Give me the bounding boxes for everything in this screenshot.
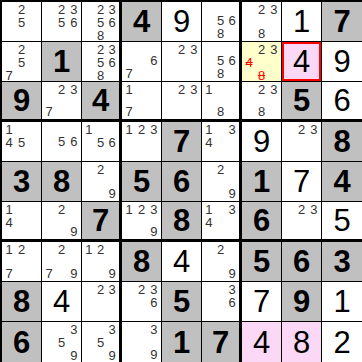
empty-candidate-slot	[268, 105, 280, 118]
cell-r2c2[interactable]: 1	[42, 42, 82, 82]
cell-r2c5[interactable]: 23	[162, 42, 202, 82]
given-digit: 8	[133, 246, 150, 277]
empty-candidate-slot	[55, 225, 67, 238]
candidate-grid: 18	[202, 82, 239, 119]
cell-r5c6[interactable]: 29	[202, 162, 242, 202]
candidate-digit: 6	[106, 16, 118, 29]
cell-r8c2[interactable]: 4	[42, 282, 82, 322]
cell-r9c2[interactable]: 359	[42, 322, 82, 362]
cell-r4c9[interactable]: 8	[322, 122, 362, 162]
empty-candidate-slot	[55, 105, 67, 118]
cell-r5c9[interactable]: 4	[322, 162, 362, 202]
cell-r7c7[interactable]: 5	[242, 242, 282, 282]
candidate-digit: 3	[148, 323, 160, 336]
candidate-digit: 6	[226, 14, 238, 27]
cell-r6c2[interactable]: 29	[42, 202, 82, 242]
empty-candidate-slot	[55, 256, 67, 267]
empty-candidate-slot	[83, 56, 95, 69]
empty-candidate-slot	[28, 149, 40, 160]
given-digit: 4	[333, 166, 350, 197]
cell-r6c6[interactable]: 134	[202, 202, 242, 242]
candidate-digit: 7	[123, 105, 135, 118]
empty-candidate-slot	[203, 309, 215, 320]
candidate-digit: 1	[83, 243, 95, 256]
candidate-digit: 6	[148, 296, 160, 309]
empty-candidate-slot	[123, 323, 135, 336]
cell-r4c1[interactable]: 145	[2, 122, 42, 162]
candidate-grid: 237	[42, 82, 81, 119]
empty-candidate-slot	[243, 83, 255, 96]
candidate-grid: 2356	[42, 2, 81, 41]
cell-r7c6[interactable]: 29	[202, 242, 242, 282]
empty-candidate-slot	[83, 69, 95, 82]
candidate-digit: 2	[215, 243, 227, 256]
empty-candidate-slot	[203, 149, 215, 160]
empty-candidate-slot	[135, 336, 147, 348]
cell-r4c8[interactable]: 23	[282, 122, 322, 162]
candidate-digit: 3	[106, 283, 118, 296]
empty-candidate-slot	[55, 96, 67, 105]
empty-candidate-slot	[28, 136, 40, 149]
given-digit: 9	[13, 85, 30, 116]
candidate-digit: 9	[148, 348, 160, 361]
cell-r7c4[interactable]: 8	[122, 242, 162, 282]
candidate-digit: 9	[68, 225, 80, 238]
empty-candidate-slot	[135, 136, 147, 148]
candidate-digit: 2	[55, 243, 67, 256]
candidate-grid: 29	[42, 202, 81, 239]
candidate-digit: 7	[43, 105, 55, 118]
empty-candidate-slot	[15, 29, 27, 40]
empty-candidate-slot	[43, 135, 55, 148]
empty-candidate-slot	[215, 203, 227, 216]
empty-candidate-slot	[106, 149, 118, 160]
empty-candidate-slot	[68, 29, 80, 40]
cell-r8c4[interactable]: 236	[122, 282, 162, 322]
empty-candidate-slot	[123, 309, 135, 320]
cell-r1c1[interactable]: 25	[2, 2, 42, 42]
empty-candidate-slot	[95, 256, 107, 267]
empty-candidate-slot	[28, 216, 40, 229]
entered-digit: 9	[333, 46, 350, 77]
empty-candidate-slot	[203, 43, 215, 54]
empty-candidate-slot	[308, 227, 320, 238]
entered-digit: 4	[253, 327, 270, 358]
empty-candidate-slot	[43, 3, 55, 16]
empty-candidate-slot	[15, 267, 27, 280]
cell-r5c5[interactable]: 6	[162, 162, 202, 202]
empty-candidate-slot	[203, 176, 215, 187]
cell-r9c4[interactable]: 39	[122, 322, 162, 362]
cell-r3c1[interactable]: 9	[2, 82, 42, 122]
candidate-grid: 23	[282, 122, 321, 161]
candidate-digit: 1	[83, 123, 95, 136]
cell-r3c4[interactable]: 17	[122, 82, 162, 122]
cell-r2c1[interactable]: 257	[2, 42, 42, 82]
cell-r2c6[interactable]: 568	[202, 42, 242, 82]
empty-candidate-slot	[295, 136, 307, 148]
empty-candidate-slot	[28, 29, 40, 40]
given-digit: 1	[173, 327, 190, 358]
empty-candidate-slot	[148, 67, 160, 80]
cell-r2c9[interactable]: 9	[322, 42, 362, 82]
cell-r2c7[interactable]: 2348	[242, 42, 282, 82]
candidate-digit: 2	[255, 3, 267, 16]
empty-candidate-slot	[68, 203, 80, 216]
empty-candidate-slot	[15, 203, 27, 216]
empty-candidate-slot	[203, 256, 215, 267]
cell-r7c1[interactable]: 127	[2, 242, 42, 282]
cell-r8c1[interactable]: 8	[2, 282, 42, 322]
given-digit: 5	[253, 246, 270, 277]
cell-r6c4[interactable]: 1239	[122, 202, 162, 242]
candidate-digit: 9	[226, 187, 238, 200]
empty-candidate-slot	[135, 148, 147, 160]
empty-candidate-slot	[68, 148, 80, 160]
empty-candidate-slot	[243, 69, 255, 82]
empty-candidate-slot	[188, 107, 200, 118]
empty-candidate-slot	[135, 83, 147, 96]
given-digit: 5	[293, 85, 310, 116]
empty-candidate-slot	[203, 243, 215, 256]
candidate-grid: 14	[2, 202, 41, 239]
candidate-grid: 127	[2, 242, 41, 281]
empty-candidate-slot	[106, 69, 118, 82]
entered-digit: 1	[293, 6, 310, 37]
entered-digit: 2	[333, 327, 350, 358]
empty-candidate-slot	[188, 96, 200, 107]
candidate-digit: 5	[15, 56, 27, 69]
candidate-digit: 6	[106, 136, 118, 149]
candidate-grid: 36	[202, 282, 239, 321]
candidate-digit: 3	[106, 323, 118, 336]
empty-candidate-slot	[226, 309, 238, 320]
empty-candidate-slot	[55, 216, 67, 225]
empty-candidate-slot	[175, 68, 187, 80]
empty-candidate-slot	[43, 336, 55, 349]
empty-candidate-slot	[83, 283, 95, 296]
candidate-digit: 8	[215, 105, 227, 118]
cell-r4c5[interactable]: 7	[162, 122, 202, 162]
empty-candidate-slot	[95, 149, 107, 160]
empty-candidate-slot	[226, 243, 238, 256]
candidate-digit: 2	[215, 163, 227, 176]
cell-r8c6[interactable]: 36	[202, 282, 242, 322]
candidate-grid: 67	[122, 42, 161, 81]
candidate-grid: 23	[162, 82, 201, 119]
empty-candidate-slot	[215, 283, 227, 296]
empty-candidate-slot	[163, 56, 175, 68]
empty-candidate-slot	[308, 148, 320, 160]
candidate-digit: 2	[175, 43, 187, 56]
empty-candidate-slot	[3, 43, 15, 56]
empty-candidate-slot	[226, 216, 238, 229]
eliminated-candidate-digit: 4	[243, 56, 255, 69]
empty-candidate-slot	[28, 3, 40, 16]
candidate-grid: 236	[122, 282, 161, 321]
candidate-digit: 6	[106, 56, 118, 69]
candidate-digit: 3	[268, 43, 280, 56]
empty-candidate-slot	[43, 243, 55, 256]
entered-digit: 4	[53, 286, 70, 317]
candidate-digit: 9	[68, 267, 80, 280]
empty-candidate-slot	[148, 105, 160, 118]
candidate-digit: 1	[3, 243, 15, 256]
cell-r2c8[interactable]: 4	[282, 42, 322, 82]
cell-r2c4[interactable]: 67	[122, 42, 162, 82]
empty-candidate-slot	[226, 105, 238, 118]
candidate-digit: 8	[95, 69, 107, 82]
empty-candidate-slot	[215, 83, 227, 96]
empty-candidate-slot	[135, 323, 147, 336]
cell-r1c8[interactable]: 1	[282, 2, 322, 42]
empty-candidate-slot	[15, 256, 27, 267]
empty-candidate-slot	[83, 136, 95, 149]
cell-r6c8[interactable]: 23	[282, 202, 322, 242]
empty-candidate-slot	[163, 96, 175, 107]
cell-r1c5[interactable]: 9	[162, 2, 202, 42]
cell-r6c9[interactable]: 5	[322, 202, 362, 242]
given-digit: 7	[173, 126, 190, 157]
empty-candidate-slot	[215, 123, 227, 136]
empty-candidate-slot	[43, 123, 55, 135]
given-digit: 4	[92, 85, 109, 116]
candidate-grid: 17	[122, 82, 161, 119]
empty-candidate-slot	[226, 163, 238, 176]
candidate-grid: 29	[82, 162, 119, 201]
candidate-digit: 3	[188, 43, 200, 56]
cell-r8c7[interactable]: 7	[242, 282, 282, 322]
candidate-digit: 2	[135, 123, 147, 136]
cell-r1c7[interactable]: 238	[242, 2, 282, 42]
cell-r9c6[interactable]: 7	[202, 322, 242, 362]
cell-r4c6[interactable]: 134	[202, 122, 242, 162]
cell-r6c3[interactable]: 7	[82, 202, 122, 242]
given-digit: 1	[253, 166, 270, 197]
empty-candidate-slot	[43, 148, 55, 160]
candidate-digit: 8	[255, 27, 267, 40]
eliminated-candidate-digit: 8	[255, 69, 267, 82]
candidate-grid: 279	[42, 242, 81, 281]
cell-r6c5[interactable]: 8	[162, 202, 202, 242]
cell-r9c7[interactable]: 4	[242, 322, 282, 362]
empty-candidate-slot	[203, 67, 215, 80]
empty-candidate-slot	[188, 56, 200, 68]
empty-candidate-slot	[123, 216, 135, 225]
cell-r5c4[interactable]: 5	[122, 162, 162, 202]
empty-candidate-slot	[106, 29, 118, 42]
candidate-digit: 9	[106, 349, 118, 362]
cell-r3c9[interactable]: 6	[322, 82, 362, 122]
empty-candidate-slot	[295, 227, 307, 238]
empty-candidate-slot	[203, 267, 215, 280]
cell-r7c8[interactable]: 6	[282, 242, 322, 282]
candidate-grid: 1239	[122, 202, 161, 239]
cell-r3c6[interactable]: 18	[202, 82, 242, 122]
empty-candidate-slot	[283, 216, 295, 227]
candidate-grid: 156	[82, 122, 119, 161]
empty-candidate-slot	[123, 43, 135, 54]
given-digit: 8	[53, 166, 70, 197]
empty-candidate-slot	[123, 283, 135, 296]
empty-candidate-slot	[83, 16, 95, 29]
empty-candidate-slot	[106, 163, 118, 176]
cell-r4c4[interactable]: 123	[122, 122, 162, 162]
empty-candidate-slot	[215, 187, 227, 200]
cell-r7c9[interactable]: 3	[322, 242, 362, 282]
candidate-digit: 8	[255, 105, 267, 118]
empty-candidate-slot	[83, 256, 95, 267]
cell-r8c9[interactable]: 1	[322, 282, 362, 322]
given-digit: 5	[173, 286, 190, 317]
candidate-digit: 4	[3, 136, 15, 149]
empty-candidate-slot	[148, 83, 160, 96]
empty-candidate-slot	[68, 243, 80, 256]
empty-candidate-slot	[203, 96, 215, 105]
empty-candidate-slot	[135, 348, 147, 361]
cell-r1c4[interactable]: 4	[122, 2, 162, 42]
cell-r2c3[interactable]: 23568	[82, 42, 122, 82]
cell-r5c7[interactable]: 1	[242, 162, 282, 202]
empty-candidate-slot	[283, 203, 295, 216]
empty-candidate-slot	[215, 229, 227, 238]
entered-digit: 1	[333, 286, 350, 317]
cell-r9c3[interactable]: 359	[82, 322, 122, 362]
entered-digit: 4	[293, 46, 310, 77]
cell-r6c1[interactable]: 14	[2, 202, 42, 242]
cell-r4c2[interactable]: 56	[42, 122, 82, 162]
given-digit: 7	[92, 205, 109, 236]
empty-candidate-slot	[226, 136, 238, 149]
candidate-digit: 3	[308, 203, 320, 216]
empty-candidate-slot	[83, 336, 95, 349]
cell-r3c3[interactable]: 4	[82, 82, 122, 122]
candidate-digit: 3	[268, 83, 280, 96]
cell-r5c8[interactable]: 7	[282, 162, 322, 202]
cell-r8c5[interactable]: 5	[162, 282, 202, 322]
empty-candidate-slot	[203, 3, 215, 14]
cell-r4c7[interactable]: 9	[242, 122, 282, 162]
empty-candidate-slot	[203, 163, 215, 176]
cell-r8c8[interactable]: 9	[282, 282, 322, 322]
empty-candidate-slot	[243, 16, 255, 27]
candidate-grid: 145	[2, 122, 41, 161]
candidate-grid: 238	[242, 82, 281, 119]
cell-r3c7[interactable]: 238	[242, 82, 282, 122]
candidate-digit: 6	[148, 54, 160, 67]
empty-candidate-slot	[215, 216, 227, 229]
candidate-grid: 25	[2, 2, 41, 41]
cell-r1c6[interactable]: 568	[202, 2, 242, 42]
empty-candidate-slot	[215, 267, 227, 280]
empty-candidate-slot	[268, 96, 280, 105]
empty-candidate-slot	[15, 216, 27, 229]
candidate-digit: 3	[226, 123, 238, 136]
candidate-digit: 8	[215, 67, 227, 80]
empty-candidate-slot	[268, 16, 280, 27]
empty-candidate-slot	[95, 176, 107, 187]
empty-candidate-slot	[283, 227, 295, 238]
candidate-digit: 6	[226, 296, 238, 309]
candidate-digit: 8	[215, 27, 227, 40]
cell-r3c5[interactable]: 23	[162, 82, 202, 122]
empty-candidate-slot	[43, 323, 55, 336]
empty-candidate-slot	[95, 187, 107, 200]
cell-r7c5[interactable]: 4	[162, 242, 202, 282]
empty-candidate-slot	[83, 176, 95, 187]
empty-candidate-slot	[95, 308, 107, 320]
candidate-digit: 1	[123, 203, 135, 216]
cell-r9c5[interactable]: 1	[162, 322, 202, 362]
cell-r3c8[interactable]: 5	[282, 82, 322, 122]
candidate-grid: 129	[82, 242, 119, 281]
empty-candidate-slot	[203, 27, 215, 40]
empty-candidate-slot	[148, 96, 160, 105]
empty-candidate-slot	[55, 267, 67, 280]
empty-candidate-slot	[226, 83, 238, 96]
cell-r4c3[interactable]: 156	[82, 122, 122, 162]
cell-r7c3[interactable]: 129	[82, 242, 122, 282]
empty-candidate-slot	[295, 216, 307, 227]
cell-r5c3[interactable]: 29	[82, 162, 122, 202]
candidate-grid: 39	[122, 322, 161, 362]
candidate-digit: 5	[15, 136, 27, 149]
candidate-grid: 56	[42, 122, 81, 161]
cell-r5c2[interactable]: 8	[42, 162, 82, 202]
candidate-grid: 568	[202, 42, 239, 81]
given-digit: 8	[173, 205, 190, 236]
candidate-digit: 4	[3, 216, 15, 229]
cell-r3c2[interactable]: 237	[42, 82, 82, 122]
candidate-grid: 23	[82, 282, 119, 321]
empty-candidate-slot	[55, 349, 67, 362]
cell-r6c7[interactable]: 6	[242, 202, 282, 242]
empty-candidate-slot	[215, 149, 227, 160]
cell-r8c3[interactable]: 23	[82, 282, 122, 322]
cell-r1c9[interactable]: 7	[322, 2, 362, 42]
cell-r9c9[interactable]: 2	[322, 322, 362, 362]
given-digit: 6	[13, 327, 30, 358]
candidate-grid: 123	[122, 122, 161, 161]
empty-candidate-slot	[28, 69, 40, 82]
given-digit: 9	[293, 286, 310, 317]
candidate-grid: 29	[202, 162, 239, 201]
candidate-grid: 568	[202, 2, 239, 41]
candidate-digit: 5	[55, 336, 67, 349]
empty-candidate-slot	[123, 148, 135, 160]
given-digit: 6	[293, 246, 310, 277]
cell-r9c1[interactable]: 6	[2, 322, 42, 362]
candidate-digit: 3	[308, 123, 320, 136]
candidate-digit: 5	[55, 16, 67, 29]
candidate-digit: 2	[295, 123, 307, 136]
empty-candidate-slot	[83, 296, 95, 308]
empty-candidate-slot	[83, 3, 95, 16]
empty-candidate-slot	[226, 67, 238, 80]
cell-r5c1[interactable]: 3	[2, 162, 42, 202]
empty-candidate-slot	[123, 225, 135, 238]
given-digit: 7	[333, 6, 350, 37]
empty-candidate-slot	[3, 229, 15, 238]
cell-r9c8[interactable]: 8	[282, 322, 322, 362]
cell-r1c2[interactable]: 2356	[42, 2, 82, 42]
cell-r1c3[interactable]: 23568	[82, 2, 122, 42]
cell-r7c2[interactable]: 279	[42, 242, 82, 282]
empty-candidate-slot	[175, 96, 187, 107]
empty-candidate-slot	[83, 29, 95, 42]
candidate-digit: 3	[188, 83, 200, 96]
empty-candidate-slot	[268, 27, 280, 40]
